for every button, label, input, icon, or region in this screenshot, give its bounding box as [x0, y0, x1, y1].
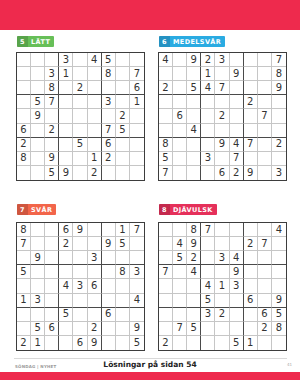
sudoku-cell: 8 — [45, 81, 59, 95]
sudoku-cell: 4 — [159, 53, 173, 67]
sudoku-cell — [116, 166, 130, 180]
difficulty-number: 8 — [159, 204, 170, 215]
sudoku-cell — [102, 336, 116, 350]
sudoku-cell — [73, 124, 87, 138]
sudoku-cell: 3 — [201, 308, 215, 322]
sudoku-cell — [244, 251, 258, 265]
sudoku-cell — [59, 265, 73, 279]
sudoku-cell — [173, 81, 187, 95]
sudoku-cell: 8 — [17, 152, 31, 166]
sudoku-cell: 1 — [31, 336, 45, 350]
sudoku-cell: 5 — [116, 124, 130, 138]
sudoku-cell: 1 — [59, 67, 73, 81]
difficulty-label: MEDELSVÅR — [173, 38, 221, 46]
sudoku-cell: 2 — [244, 237, 258, 251]
sudoku-cell — [258, 138, 272, 152]
sudoku-cell — [88, 124, 102, 138]
sudoku-cell: 2 — [17, 138, 31, 152]
sudoku-cell: 2 — [215, 308, 229, 322]
sudoku-cell — [215, 124, 229, 138]
sudoku-cell — [130, 166, 144, 180]
sudoku-cell — [244, 322, 258, 336]
sudoku-cell — [159, 237, 173, 251]
sudoku-cell — [173, 53, 187, 67]
sudoku-cell — [102, 251, 116, 265]
sudoku-cell — [73, 109, 87, 123]
sudoku-cell — [102, 109, 116, 123]
sudoku-cell — [130, 124, 144, 138]
difficulty-badge-medelsvar: 6 MEDELSVÅR — [159, 36, 225, 47]
sudoku-cell: 7 — [130, 223, 144, 237]
sudoku-cell: 4 — [130, 294, 144, 308]
sudoku-cell — [258, 166, 272, 180]
sudoku-cell — [272, 251, 286, 265]
sudoku-cell — [215, 294, 229, 308]
difficulty-number: 7 — [17, 204, 28, 215]
sudoku-cell: 8 — [272, 322, 286, 336]
sudoku-cell: 2 — [215, 109, 229, 123]
sudoku-cell — [258, 251, 272, 265]
sudoku-cell — [88, 237, 102, 251]
sudoku-cell — [116, 67, 130, 81]
sudoku-cell: 9 — [73, 223, 87, 237]
sudoku-cell — [102, 322, 116, 336]
sudoku-cell — [73, 67, 87, 81]
sudoku-cell — [59, 152, 73, 166]
sudoku-cell — [31, 166, 45, 180]
sudoku-cell — [17, 308, 31, 322]
sudoku-cell: 5 — [187, 322, 201, 336]
sudoku-cell — [102, 166, 116, 180]
sudoku-cell — [116, 138, 130, 152]
sudoku-cell: 5 — [73, 138, 87, 152]
sudoku-cell — [88, 223, 102, 237]
sudoku-cell — [45, 294, 59, 308]
bottom-red-banner — [0, 372, 300, 380]
sudoku-cell: 5 — [159, 152, 173, 166]
sudoku-cell — [130, 308, 144, 322]
sudoku-cell — [201, 322, 215, 336]
sudoku-cell: 4 — [201, 81, 215, 95]
sudoku-cell: 5 — [59, 308, 73, 322]
sudoku-cell — [272, 265, 286, 279]
sudoku-cell — [244, 152, 258, 166]
sudoku-cell: 7 — [201, 223, 215, 237]
sudoku-cell — [215, 237, 229, 251]
sudoku-cell — [45, 251, 59, 265]
sudoku-cell — [45, 308, 59, 322]
sudoku-cell — [230, 237, 244, 251]
sudoku-cell — [230, 53, 244, 67]
sudoku-cell — [230, 223, 244, 237]
sudoku-cell — [130, 53, 144, 67]
sudoku-cell — [31, 138, 45, 152]
sudoku-cell — [173, 138, 187, 152]
sudoku-cell: 6 — [102, 138, 116, 152]
sudoku-cell — [159, 308, 173, 322]
sudoku-cell: 6 — [244, 294, 258, 308]
sudoku-cell — [272, 336, 286, 350]
sudoku-cell: 8 — [187, 223, 201, 237]
sudoku-cell — [130, 279, 144, 293]
sudoku-cell — [258, 265, 272, 279]
sudoku-cell — [159, 124, 173, 138]
sudoku-cell — [88, 294, 102, 308]
sudoku-cell — [116, 294, 130, 308]
sudoku-cell — [17, 279, 31, 293]
sudoku-cell: 9 — [244, 166, 258, 180]
sudoku-cell: 7 — [45, 95, 59, 109]
sudoku-cell — [17, 95, 31, 109]
sudoku-cell: 4 — [230, 138, 244, 152]
sudoku-cell: 8 — [102, 67, 116, 81]
sudoku-cell — [230, 308, 244, 322]
sudoku-cell — [173, 95, 187, 109]
sudoku-cell — [59, 138, 73, 152]
sudoku-cell — [159, 322, 173, 336]
sudoku-cell — [272, 109, 286, 123]
sudoku-cell — [17, 166, 31, 180]
sudoku-cell: 7 — [102, 124, 116, 138]
sudoku-cell — [215, 336, 229, 350]
sudoku-cell — [116, 308, 130, 322]
sudoku-cell — [258, 152, 272, 166]
sudoku-cell — [201, 265, 215, 279]
sudoku-cell — [45, 279, 59, 293]
sudoku-cell — [187, 294, 201, 308]
sudoku-cell — [258, 223, 272, 237]
sudoku-cell: 4 — [173, 237, 187, 251]
sudoku-cell — [116, 322, 130, 336]
sudoku-cell — [258, 336, 272, 350]
sudoku-cell — [187, 67, 201, 81]
sudoku-cell: 9 — [130, 322, 144, 336]
sudoku-cell — [215, 67, 229, 81]
sudoku-cell: 2 — [201, 53, 215, 67]
sudoku-cell — [73, 53, 87, 67]
sudoku-cell — [258, 124, 272, 138]
sudoku-cell: 4 — [272, 223, 286, 237]
sudoku-cell: 5 — [116, 237, 130, 251]
sudoku-cell — [173, 67, 187, 81]
sudoku-cell: 2 — [59, 237, 73, 251]
sudoku-cell — [45, 237, 59, 251]
sudoku-cell: 3 — [272, 166, 286, 180]
sudoku-cell — [230, 124, 244, 138]
sudoku-cell — [258, 81, 272, 95]
sudoku-cell: 7 — [244, 138, 258, 152]
sudoku-cell — [88, 138, 102, 152]
sudoku-cell — [187, 152, 201, 166]
sudoku-cell — [59, 251, 73, 265]
sudoku-cell — [215, 265, 229, 279]
sudoku-cell: 2 — [116, 109, 130, 123]
sudoku-cell — [73, 251, 87, 265]
sudoku-cell: 7 — [215, 81, 229, 95]
sudoku-cell — [88, 81, 102, 95]
sudoku-cell: 6 — [45, 322, 59, 336]
sudoku-cell — [31, 53, 45, 67]
sudoku-cell: 1 — [88, 152, 102, 166]
sudoku-cell: 3 — [215, 53, 229, 67]
sudoku-cell — [215, 152, 229, 166]
sudoku-cell: 6 — [88, 279, 102, 293]
sudoku-cell — [102, 279, 116, 293]
sudoku-cell: 5 — [102, 53, 116, 67]
sudoku-cell — [159, 95, 173, 109]
sudoku-cell: 4 — [187, 124, 201, 138]
sudoku-cell — [159, 223, 173, 237]
sudoku-cell — [116, 53, 130, 67]
sudoku-cell: 9 — [215, 138, 229, 152]
sudoku-cell — [31, 279, 45, 293]
sudoku-cell: 2 — [230, 166, 244, 180]
sudoku-cell — [173, 294, 187, 308]
sudoku-cell: 9 — [187, 53, 201, 67]
sudoku-cell: 2 — [187, 251, 201, 265]
sudoku-cell — [73, 152, 87, 166]
sudoku-cell — [272, 279, 286, 293]
sudoku-cell — [31, 124, 45, 138]
sudoku-cell: 2 — [258, 322, 272, 336]
sudoku-cell — [187, 109, 201, 123]
sudoku-cell: 2 — [45, 124, 59, 138]
sudoku-cell — [215, 95, 229, 109]
sudoku-cell — [215, 223, 229, 237]
sudoku-cell: 4 — [201, 279, 215, 293]
sudoku-cell — [187, 138, 201, 152]
sudoku-cell — [244, 308, 258, 322]
sudoku-cell: 7 — [272, 53, 286, 67]
sudoku-cell — [130, 109, 144, 123]
sudoku-cell — [31, 308, 45, 322]
difficulty-label: LÄTT — [31, 38, 50, 46]
sudoku-cell — [59, 124, 73, 138]
sudoku-cell — [201, 237, 215, 251]
sudoku-cell — [73, 166, 87, 180]
sudoku-cell: 5 — [272, 308, 286, 322]
sudoku-cell — [159, 109, 173, 123]
sudoku-cell: 7 — [173, 322, 187, 336]
sudoku-cell — [244, 279, 258, 293]
sudoku-cell: 5 — [201, 294, 215, 308]
sudoku-cell: 7 — [159, 265, 173, 279]
sudoku-cell: 6 — [102, 308, 116, 322]
sudoku-cell — [187, 95, 201, 109]
sudoku-cell: 9 — [31, 251, 45, 265]
sudoku-cell: 9 — [230, 265, 244, 279]
sudoku-cell: 9 — [59, 166, 73, 180]
sudoku-cell — [45, 336, 59, 350]
difficulty-label: DJÄVULSK — [173, 206, 213, 214]
sudoku-cell — [244, 124, 258, 138]
sudoku-cell — [116, 95, 130, 109]
sudoku-cell — [130, 138, 144, 152]
sudoku-cell: 3 — [59, 53, 73, 67]
difficulty-badge-svar: 7 SVÅR — [17, 204, 56, 215]
sudoku-cell — [73, 294, 87, 308]
sudoku-cell — [159, 67, 173, 81]
sudoku-cell — [59, 294, 73, 308]
sudoku-cell: 9 — [102, 237, 116, 251]
sudoku-cell: 3 — [31, 294, 45, 308]
sudoku-cell — [59, 336, 73, 350]
sudoku-cell — [258, 279, 272, 293]
sudoku-cell — [187, 308, 201, 322]
sudoku-cell — [230, 81, 244, 95]
sudoku-cell: 2 — [159, 81, 173, 95]
sudoku-cell: 2 — [17, 336, 31, 350]
sudoku-cell — [102, 223, 116, 237]
sudoku-cell — [159, 251, 173, 265]
sudoku-cell — [88, 109, 102, 123]
sudoku-cell — [31, 237, 45, 251]
sudoku-cell — [215, 322, 229, 336]
sudoku-cell — [130, 237, 144, 251]
sudoku-cell — [173, 265, 187, 279]
sudoku-cell: 9 — [88, 336, 102, 350]
page-number: 41 — [287, 362, 292, 367]
sudoku-grid-djavulsk: 8744927523474941356932657528251 — [158, 222, 287, 351]
sudoku-cell: 3 — [130, 265, 144, 279]
sudoku-cell — [173, 336, 187, 350]
sudoku-cell — [31, 265, 45, 279]
sudoku-cell — [272, 237, 286, 251]
sudoku-cell: 1 — [17, 294, 31, 308]
sudoku-cell: 3 — [73, 279, 87, 293]
sudoku-cell: 8 — [272, 67, 286, 81]
sudoku-cell — [201, 251, 215, 265]
difficulty-number: 5 — [17, 36, 28, 47]
sudoku-cell: 3 — [102, 95, 116, 109]
sudoku-cell: 6 — [258, 308, 272, 322]
sudoku-cell: 3 — [201, 152, 215, 166]
sudoku-cell — [201, 336, 215, 350]
sudoku-cell — [116, 279, 130, 293]
sudoku-cell — [73, 237, 87, 251]
sudoku-cell: 7 — [17, 237, 31, 251]
difficulty-number: 6 — [159, 36, 170, 47]
sudoku-cell — [201, 124, 215, 138]
sudoku-cell: 2 — [88, 166, 102, 180]
solutions-reference: Lösningar på sidan 54 — [0, 360, 300, 369]
sudoku-cell — [187, 166, 201, 180]
sudoku-cell — [102, 81, 116, 95]
sudoku-cell: 3 — [45, 67, 59, 81]
sudoku-cell: 2 — [73, 81, 87, 95]
sudoku-cell — [88, 67, 102, 81]
sudoku-cell — [45, 53, 59, 67]
sudoku-cell — [173, 166, 187, 180]
sudoku-cell — [130, 251, 144, 265]
sudoku-cell — [17, 322, 31, 336]
difficulty-label: SVÅR — [31, 206, 52, 214]
sudoku-cell: 2 — [159, 336, 173, 350]
sudoku-cell — [59, 95, 73, 109]
sudoku-cell — [88, 95, 102, 109]
sudoku-cell — [173, 279, 187, 293]
sudoku-cell — [17, 109, 31, 123]
sudoku-cell — [187, 279, 201, 293]
sudoku-cell: 1 — [244, 336, 258, 350]
sudoku-cell — [187, 336, 201, 350]
sudoku-grid-latt: 345318782657319262752568912592 — [16, 52, 145, 181]
sudoku-cell — [244, 53, 258, 67]
sudoku-cell: 9 — [272, 81, 286, 95]
sudoku-cell — [17, 67, 31, 81]
sudoku-cell — [59, 322, 73, 336]
sudoku-cell: 3 — [230, 279, 244, 293]
sudoku-cell: 5 — [187, 81, 201, 95]
sudoku-cell — [258, 53, 272, 67]
sudoku-cell — [272, 124, 286, 138]
sudoku-cell: 6 — [215, 166, 229, 180]
top-red-banner — [0, 0, 300, 30]
sudoku-cell — [73, 95, 87, 109]
sudoku-cell: 4 — [59, 279, 73, 293]
sudoku-cell: 1 — [130, 95, 144, 109]
sudoku-cell — [31, 152, 45, 166]
sudoku-cell — [45, 265, 59, 279]
sudoku-cell — [31, 223, 45, 237]
sudoku-cell: 2 — [88, 322, 102, 336]
sudoku-cell — [102, 294, 116, 308]
sudoku-cell: 9 — [272, 294, 286, 308]
sudoku-cell: 9 — [187, 237, 201, 251]
sudoku-cell — [17, 251, 31, 265]
sudoku-cell — [159, 294, 173, 308]
sudoku-cell — [201, 138, 215, 152]
sudoku-cell: 9 — [45, 152, 59, 166]
sudoku-cell — [244, 81, 258, 95]
sudoku-cell: 5 — [31, 95, 45, 109]
sudoku-cell — [173, 124, 187, 138]
sudoku-cell — [73, 322, 87, 336]
sudoku-cell — [244, 109, 258, 123]
sudoku-cell — [173, 223, 187, 237]
sudoku-cell — [258, 67, 272, 81]
sudoku-cell: 7 — [258, 237, 272, 251]
sudoku-cell: 3 — [215, 251, 229, 265]
sudoku-cell: 4 — [187, 265, 201, 279]
sudoku-cell: 7 — [258, 109, 272, 123]
sudoku-cell: 6 — [59, 223, 73, 237]
sudoku-cell — [31, 67, 45, 81]
sudoku-cell: 7 — [230, 152, 244, 166]
sudoku-cell — [258, 95, 272, 109]
sudoku-cell — [17, 81, 31, 95]
sudoku-cell: 5 — [45, 166, 59, 180]
sudoku-cell — [116, 81, 130, 95]
sudoku-cell — [244, 67, 258, 81]
sudoku-cell — [272, 152, 286, 166]
sudoku-cell — [230, 322, 244, 336]
sudoku-cell — [116, 251, 130, 265]
sudoku-cell — [59, 109, 73, 123]
sudoku-cell: 5 — [173, 251, 187, 265]
sudoku-cell: 1 — [201, 67, 215, 81]
sudoku-cell — [88, 308, 102, 322]
sudoku-cell: 5 — [130, 336, 144, 350]
sudoku-cell — [116, 152, 130, 166]
sudoku-cell — [230, 95, 244, 109]
sudoku-cell — [244, 223, 258, 237]
sudoku-cell: 5 — [31, 322, 45, 336]
sudoku-cell: 8 — [116, 265, 130, 279]
footer-divider — [14, 358, 287, 359]
sudoku-cell: 7 — [159, 166, 173, 180]
sudoku-grid-svar: 8691772959358343613456562921695 — [16, 222, 145, 351]
